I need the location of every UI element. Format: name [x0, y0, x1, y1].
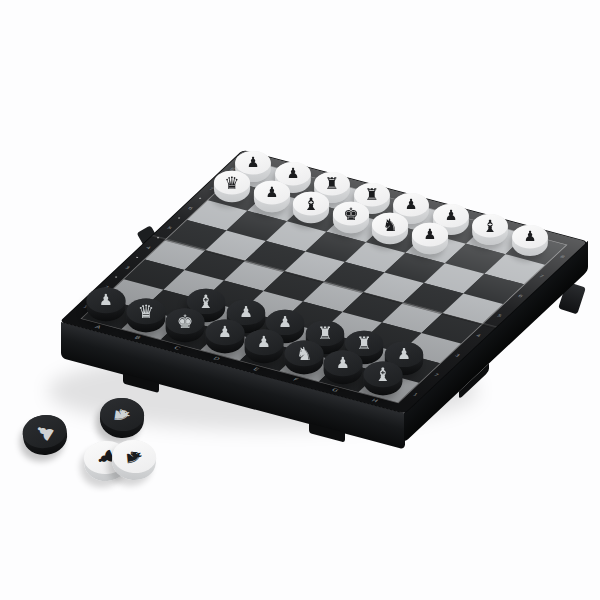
white-pawn-glyph: ♟: [423, 228, 436, 242]
black-pawn-glyph: ♟: [99, 293, 113, 308]
piece-black-pawn-e1[interactable]: ♟: [245, 330, 284, 364]
piece-white-pawn-h8[interactable]: ♟: [512, 225, 548, 256]
piece-white-knight-e7[interactable]: ♞: [372, 213, 408, 244]
black-pawn-glyph: ♟: [278, 315, 292, 330]
disc-top-face: ♞: [284, 340, 323, 366]
piece-black-pawn-a1[interactable]: ♟: [87, 288, 126, 322]
white-pawn-glyph: ♟: [265, 186, 278, 200]
piece-white-bishop-c7[interactable]: ♝: [293, 192, 329, 223]
disc-top-face: ♟: [393, 193, 429, 217]
disc-top-face: ♚: [166, 309, 205, 335]
disc-top-face: ♟: [324, 351, 363, 377]
disc-top-face: ♟: [412, 223, 448, 247]
white-queen-glyph: ♛: [225, 174, 240, 191]
disc-top-face: ♟: [20, 412, 68, 451]
offboard-black-pawn[interactable]: ♟: [20, 412, 69, 458]
piece-black-pawn-g1[interactable]: ♟: [324, 351, 363, 385]
black-pawn-glyph: ♟: [218, 324, 232, 339]
piece-white-king-d7[interactable]: ♚: [333, 202, 369, 233]
white-rook-glyph: ♜: [325, 176, 339, 192]
black-pawn-glyph: ♟: [257, 335, 271, 350]
black-bishop-glyph: ♝: [198, 293, 214, 311]
white-pawn-glyph: ♟: [523, 229, 536, 243]
white-rook-glyph: ♜: [365, 186, 379, 202]
black-king-glyph: ♚: [177, 312, 194, 330]
black-pawn-glyph: ♟: [397, 347, 411, 362]
disc-top-face: ♝: [293, 192, 329, 216]
disc-top-face: ♛: [126, 298, 165, 324]
white-bishop-glyph: ♝: [483, 217, 498, 234]
piece-black-pawn-d1[interactable]: ♟: [205, 319, 244, 353]
black-pawn-glyph: ♟: [336, 356, 350, 371]
white-pawn-glyph: ♟: [247, 156, 260, 170]
black-knight-glyph: ♞: [295, 344, 312, 362]
white-knight-glyph: ♞: [383, 216, 398, 233]
board-foot: [309, 423, 345, 443]
black-queen-glyph: ♛: [137, 302, 154, 320]
disc-top-face: ♟: [235, 151, 271, 175]
offboard-black-knight[interactable]: ♞: [99, 397, 145, 439]
white-pawn-glyph: ♟: [405, 198, 418, 212]
chess-set-scene: ABCDEFGH8877665544332211 ♟♟♜♜♟♟♝♟♛♟♝♚♞♟♝…: [0, 0, 600, 600]
white-pawn-glyph: ♟: [286, 166, 299, 180]
white-pawn-glyph: ♟: [444, 208, 457, 222]
disc-top-face: ♟: [512, 225, 548, 249]
piece-white-pawn-b7[interactable]: ♟: [254, 181, 290, 212]
disc-top-face: ♛: [214, 171, 250, 195]
black-knight-glyph: ♞: [111, 404, 133, 425]
piece-black-bishop-h1[interactable]: ♝: [363, 361, 402, 395]
piece-black-king-c1[interactable]: ♚: [166, 309, 205, 343]
disc-top-face: ♟: [87, 288, 126, 314]
white-king-glyph: ♚: [343, 205, 358, 222]
black-rook-glyph: ♜: [317, 325, 332, 342]
black-rook-glyph: ♜: [357, 335, 372, 352]
disc-top-face: ♝: [363, 361, 402, 387]
disc-top-face: ♜: [314, 172, 350, 196]
piece-black-queen-b1[interactable]: ♛: [126, 298, 165, 332]
black-bishop-glyph: ♝: [374, 365, 391, 383]
disc-top-face: ♚: [333, 202, 369, 226]
disc-top-face: ♞: [111, 438, 158, 475]
black-pawn-glyph: ♟: [239, 305, 253, 320]
white-bishop-glyph: ♝: [304, 195, 319, 212]
disc-top-face: ♝: [472, 214, 508, 238]
piece-white-pawn-f7[interactable]: ♟: [412, 223, 448, 254]
piece-white-bishop-g8[interactable]: ♝: [472, 214, 508, 245]
disc-top-face: ♟: [254, 181, 290, 205]
black-pawn-glyph: ♟: [31, 419, 57, 445]
disc-top-face: ♟: [245, 330, 284, 356]
disc-top-face: ♞: [372, 213, 408, 237]
disc-top-face: ♟: [205, 319, 244, 345]
piece-black-knight-f1[interactable]: ♞: [284, 340, 323, 374]
white-knight-glyph: ♞: [124, 447, 145, 467]
piece-white-queen-a7[interactable]: ♛: [214, 171, 250, 202]
